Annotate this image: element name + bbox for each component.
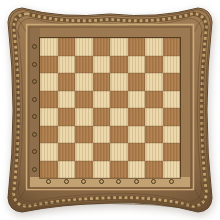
square-e5[interactable] — [110, 91, 128, 109]
file-stud-f — [134, 179, 139, 184]
square-e4[interactable] — [110, 108, 128, 126]
square-f7[interactable] — [128, 56, 146, 74]
square-a1[interactable] — [40, 161, 58, 179]
rank-stud-5 — [32, 97, 37, 102]
rank-stud-3 — [32, 132, 37, 137]
square-b8[interactable] — [58, 38, 76, 56]
square-h2[interactable] — [163, 143, 181, 161]
square-h4[interactable] — [163, 108, 181, 126]
square-h6[interactable] — [163, 73, 181, 91]
square-c7[interactable] — [75, 56, 93, 74]
rank-stud-1 — [32, 167, 37, 172]
square-a2[interactable] — [40, 143, 58, 161]
square-g5[interactable] — [145, 91, 163, 109]
square-g8[interactable] — [145, 38, 163, 56]
square-f8[interactable] — [128, 38, 146, 56]
square-e8[interactable] — [110, 38, 128, 56]
square-e7[interactable] — [110, 56, 128, 74]
square-d2[interactable] — [93, 143, 111, 161]
square-d8[interactable] — [93, 38, 111, 56]
square-d5[interactable] — [93, 91, 111, 109]
square-f5[interactable] — [128, 91, 146, 109]
square-e2[interactable] — [110, 143, 128, 161]
bottom-marker-strip — [30, 177, 190, 187]
square-c3[interactable] — [75, 126, 93, 144]
square-g1[interactable] — [145, 161, 163, 179]
square-e6[interactable] — [110, 73, 128, 91]
square-b1[interactable] — [58, 161, 76, 179]
square-h7[interactable] — [163, 56, 181, 74]
file-stud-d — [99, 179, 104, 184]
square-f6[interactable] — [128, 73, 146, 91]
square-g6[interactable] — [145, 73, 163, 91]
square-b7[interactable] — [58, 56, 76, 74]
square-g4[interactable] — [145, 108, 163, 126]
left-marker-strip — [30, 28, 40, 177]
square-d6[interactable] — [93, 73, 111, 91]
chessboard-photo — [0, 0, 220, 220]
rank-stud-7 — [32, 62, 37, 67]
square-c1[interactable] — [75, 161, 93, 179]
square-c6[interactable] — [75, 73, 93, 91]
square-g3[interactable] — [145, 126, 163, 144]
square-f2[interactable] — [128, 143, 146, 161]
square-e1[interactable] — [110, 161, 128, 179]
square-a8[interactable] — [40, 38, 58, 56]
square-d4[interactable] — [93, 108, 111, 126]
square-f3[interactable] — [128, 126, 146, 144]
square-c8[interactable] — [75, 38, 93, 56]
square-d3[interactable] — [93, 126, 111, 144]
square-b6[interactable] — [58, 73, 76, 91]
square-g7[interactable] — [145, 56, 163, 74]
square-g2[interactable] — [145, 143, 163, 161]
square-a7[interactable] — [40, 56, 58, 74]
square-h5[interactable] — [163, 91, 181, 109]
square-a6[interactable] — [40, 73, 58, 91]
square-d7[interactable] — [93, 56, 111, 74]
square-h1[interactable] — [163, 161, 181, 179]
square-b5[interactable] — [58, 91, 76, 109]
square-b3[interactable] — [58, 126, 76, 144]
square-c4[interactable] — [75, 108, 93, 126]
square-a3[interactable] — [40, 126, 58, 144]
square-e3[interactable] — [110, 126, 128, 144]
square-c5[interactable] — [75, 91, 93, 109]
square-b2[interactable] — [58, 143, 76, 161]
square-b4[interactable] — [58, 108, 76, 126]
square-f4[interactable] — [128, 108, 146, 126]
chess-board[interactable] — [40, 38, 180, 178]
square-a5[interactable] — [40, 91, 58, 109]
square-f1[interactable] — [128, 161, 146, 179]
square-c2[interactable] — [75, 143, 93, 161]
square-h8[interactable] — [163, 38, 181, 56]
square-a4[interactable] — [40, 108, 58, 126]
square-h3[interactable] — [163, 126, 181, 144]
square-d1[interactable] — [93, 161, 111, 179]
file-stud-h — [169, 179, 174, 184]
file-stud-b — [64, 179, 69, 184]
